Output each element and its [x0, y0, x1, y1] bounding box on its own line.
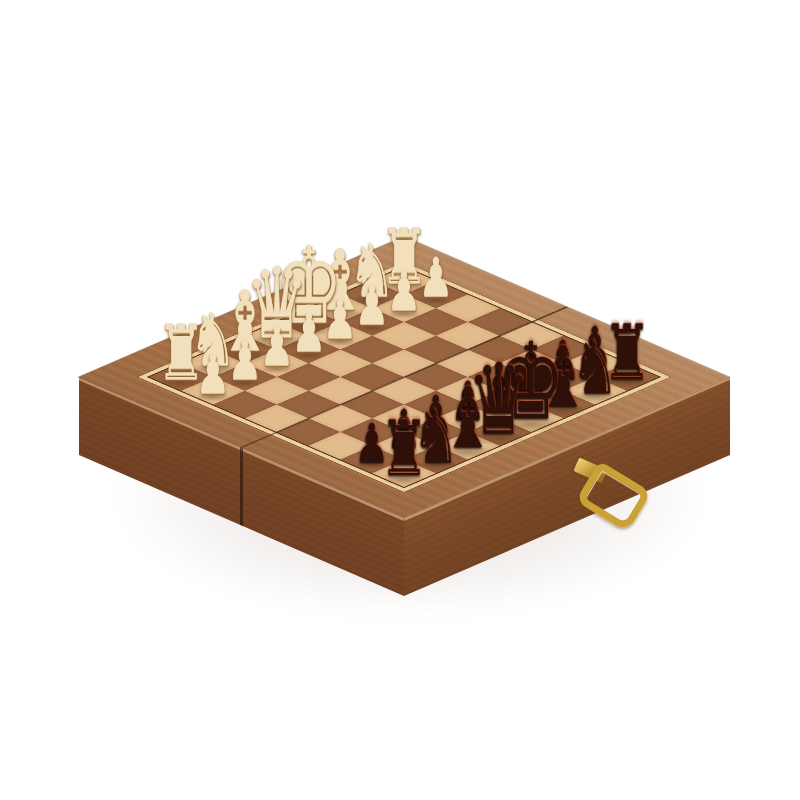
white-pawn[interactable]: ♟: [355, 279, 390, 333]
white-pawn[interactable]: ♟: [387, 266, 422, 320]
white-pawn[interactable]: ♟: [291, 307, 326, 361]
black-rook[interactable]: ♜: [379, 411, 428, 487]
white-pawn[interactable]: ♟: [418, 252, 453, 306]
white-pawn[interactable]: ♟: [227, 334, 262, 388]
white-pawn[interactable]: ♟: [323, 293, 358, 347]
white-pawn[interactable]: ♟: [259, 321, 294, 375]
white-pawn[interactable]: ♟: [196, 348, 231, 402]
product-photo: ♜♞♝♚♛♝♞♜♟♟♟♟♟♟♟♟♟♟♟♟♟♟♟♟♜♞♝♚♛♝♞♜: [0, 0, 800, 800]
fold-seam-side: [240, 447, 243, 527]
